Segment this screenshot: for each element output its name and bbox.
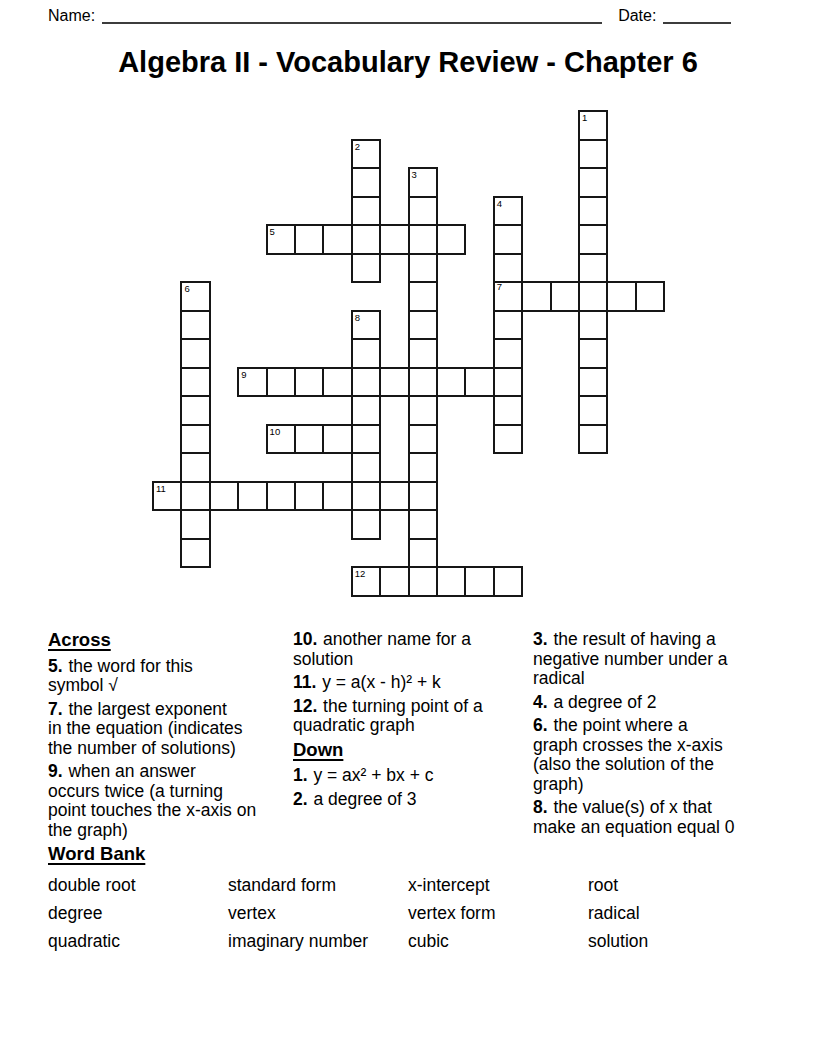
cell-r2c7[interactable] [351,167,381,198]
cell-r5c9[interactable] [408,253,438,284]
clue-10: 10.another name for a solution [293,630,528,669]
cell-r4c8[interactable] [379,224,409,255]
cell-r4c6[interactable] [322,224,352,255]
cell-r13c0[interactable]: 11 [152,481,182,512]
cell-r13c2[interactable] [209,481,239,512]
clue-num-label: 11. [293,672,316,692]
clue-num-label: 10. [293,629,317,649]
name-date-row: Name: Date: [48,7,740,26]
date-blank-line[interactable] [663,8,731,24]
cell-r6c15[interactable] [578,281,608,312]
clue-text: a degree of 2 [553,692,656,712]
cell-r8c7[interactable] [351,338,381,369]
cell-r14c9[interactable] [408,509,438,540]
cell-r12c7[interactable] [351,452,381,483]
cell-r7c9[interactable] [408,310,438,341]
word-bank-item: vertex [228,899,408,927]
cell-r11c5[interactable] [294,424,324,455]
clue-text: the word for this symbol √ [48,656,193,696]
cell-r9c3[interactable]: 9 [237,367,267,398]
word-bank-item: radical [588,899,768,927]
clue-3: 3.the result of having a negative number… [533,630,785,689]
clue-number-1: 1 [582,112,587,123]
clue-8: 8.the value(s) of x that make an equatio… [533,798,785,837]
cell-r14c1[interactable] [180,509,210,540]
clue-text: the result of having a negative number u… [533,629,728,688]
cell-r11c4[interactable]: 10 [266,424,296,455]
cell-r4c5[interactable] [294,224,324,255]
cell-r1c7[interactable]: 2 [351,139,381,170]
cell-r2c15[interactable] [578,167,608,198]
clue-text: the point where a graph crosses the x-ax… [533,715,723,794]
cell-r4c15[interactable] [578,224,608,255]
clue-number-5: 5 [270,226,275,237]
word-bank-heading: Word Bank [48,843,788,865]
clue-12: 12.the turning point of a quadratic grap… [293,697,528,736]
word-bank-item: vertex form [408,899,588,927]
cell-r9c9[interactable] [408,367,438,398]
cell-r13c6[interactable] [322,481,352,512]
cell-r11c12[interactable] [493,424,523,455]
cell-r7c15[interactable] [578,310,608,341]
cell-r16c7[interactable]: 12 [351,566,381,597]
clue-number-11: 11 [156,483,166,494]
cell-r11c1[interactable] [180,424,210,455]
cell-r7c12[interactable] [493,310,523,341]
cell-r10c15[interactable] [578,395,608,426]
cell-r8c15[interactable] [578,338,608,369]
cell-r13c1[interactable] [180,481,210,512]
cell-r11c9[interactable] [408,424,438,455]
cell-r8c1[interactable] [180,338,210,369]
cell-r1c15[interactable] [578,139,608,170]
cell-r9c11[interactable] [464,367,494,398]
cell-r3c15[interactable] [578,196,608,227]
cell-r6c12[interactable]: 7 [493,281,523,312]
clue-number-2: 2 [355,141,360,152]
clue-1: 1.y = ax² + bx + c [293,766,528,786]
word-bank-item: cubic [408,927,588,955]
cell-r6c9[interactable] [408,281,438,312]
cell-r15c9[interactable] [408,538,438,569]
cell-r6c14[interactable] [550,281,580,312]
cell-r4c12[interactable] [493,224,523,255]
date-label: Date: [618,7,656,26]
cell-r4c10[interactable] [436,224,466,255]
cell-r13c9[interactable] [408,481,438,512]
cell-r4c9[interactable] [408,224,438,255]
cell-r7c7[interactable]: 8 [351,310,381,341]
clue-num-label: 2. [293,789,308,809]
cell-r13c4[interactable] [266,481,296,512]
cell-r5c15[interactable] [578,253,608,284]
clue-6: 6.the point where a graph crosses the x-… [533,716,785,794]
cell-r5c7[interactable] [351,253,381,284]
cell-r16c8[interactable] [379,566,409,597]
clue-11: 11.y = a(x - h)² + k [293,673,528,693]
cell-r3c9[interactable] [408,196,438,227]
cell-r14c7[interactable] [351,509,381,540]
cell-r9c10[interactable] [436,367,466,398]
cell-r11c15[interactable] [578,424,608,455]
cell-r9c7[interactable] [351,367,381,398]
clue-num-label: 1. [293,765,308,785]
clue-4: 4.a degree of 2 [533,693,785,713]
cell-r10c9[interactable] [408,395,438,426]
cell-r8c12[interactable] [493,338,523,369]
clue-num-label: 12. [293,696,317,716]
clue-9: 9.when an answer occurs twice (a turning… [48,762,290,840]
clue-text: y = ax² + bx + c [313,765,433,785]
cell-r2c9[interactable]: 3 [408,167,438,198]
cell-r16c12[interactable] [493,566,523,597]
clue-num-label: 4. [533,692,548,712]
cell-r12c9[interactable] [408,452,438,483]
clue-num-label: 3. [533,629,548,649]
cell-r6c17[interactable] [635,281,665,312]
clue-num-label: 5. [48,656,63,676]
clue-num-label: 7. [48,699,63,719]
cell-r13c5[interactable] [294,481,324,512]
clue-text: another name for a solution [293,629,471,669]
cell-r3c12[interactable]: 4 [493,196,523,227]
word-bank-item: double root [48,871,228,899]
word-bank-item: solution [588,927,768,955]
word-bank-item: root [588,871,768,899]
word-bank: Word Bank double rootstandard formx-inte… [48,843,788,955]
clue-5: 5.the word for this symbol √ [48,657,290,696]
cell-r16c9[interactable] [408,566,438,597]
down-heading: Down [293,740,528,760]
word-bank-item: quadratic [48,927,228,955]
cell-r8c9[interactable] [408,338,438,369]
cell-r3c7[interactable] [351,196,381,227]
clue-text: the turning point of a quadratic graph [293,696,483,736]
clue-number-10: 10 [270,426,281,437]
clue-number-7: 7 [497,281,502,292]
cell-r9c5[interactable] [294,367,324,398]
cell-r11c6[interactable] [322,424,352,455]
clue-2: 2.a degree of 3 [293,790,528,810]
word-bank-item: x-intercept [408,871,588,899]
cell-r13c8[interactable] [379,481,409,512]
clue-text: y = a(x - h)² + k [322,672,441,692]
cell-r7c1[interactable] [180,310,210,341]
clue-text: a degree of 3 [313,789,416,809]
clue-number-12: 12 [355,568,366,579]
cell-r9c12[interactable] [493,367,523,398]
clue-number-9: 9 [241,369,246,380]
cell-r4c7[interactable] [351,224,381,255]
clue-column-1: Across5.the word for this symbol √7.the … [48,630,290,844]
clue-7: 7.the largest exponent in the equation (… [48,700,290,759]
crossword-grid: 123456789101112 [152,110,666,597]
cell-r4c4[interactable]: 5 [266,224,296,255]
cell-r9c15[interactable] [578,367,608,398]
cell-r13c3[interactable] [237,481,267,512]
across-heading: Across [48,630,290,650]
clue-number-6: 6 [184,283,189,294]
cell-r10c12[interactable] [493,395,523,426]
cell-r0c15[interactable]: 1 [578,110,608,141]
page-title: Algebra II - Vocabulary Review - Chapter… [0,46,816,79]
cell-r10c7[interactable] [351,395,381,426]
cell-r9c8[interactable] [379,367,409,398]
cell-r16c11[interactable] [464,566,494,597]
clue-text: the value(s) of x that make an equation … [533,797,734,837]
cell-r11c7[interactable] [351,424,381,455]
clue-number-3: 3 [412,169,417,180]
word-bank-list: double rootstandard formx-interceptrootd… [48,871,788,955]
clue-num-label: 9. [48,761,63,781]
word-bank-item: degree [48,899,228,927]
cell-r12c1[interactable] [180,452,210,483]
clue-column-3: 3.the result of having a negative number… [533,630,785,841]
cell-r5c12[interactable] [493,253,523,284]
clue-text: the largest exponent in the equation (in… [48,699,243,758]
clue-number-4: 4 [497,198,502,209]
cell-r9c1[interactable] [180,367,210,398]
cell-r6c13[interactable] [521,281,551,312]
clue-text: when an answer occurs twice (a turning p… [48,761,256,840]
cell-r6c1[interactable]: 6 [180,281,210,312]
clue-num-label: 8. [533,797,548,817]
cell-r9c6[interactable] [322,367,352,398]
name-blank-line[interactable] [102,8,602,24]
clue-column-2: 10.another name for a solution11.y = a(x… [293,630,528,813]
cell-r16c10[interactable] [436,566,466,597]
cell-r15c1[interactable] [180,538,210,569]
cell-r9c4[interactable] [266,367,296,398]
word-bank-item: imaginary number [228,927,408,955]
cell-r6c16[interactable] [606,281,636,312]
cell-r13c7[interactable] [351,481,381,512]
clue-number-8: 8 [355,312,360,323]
word-bank-item: standard form [228,871,408,899]
clue-num-label: 6. [533,715,548,735]
cell-r10c1[interactable] [180,395,210,426]
name-label: Name: [48,7,95,26]
